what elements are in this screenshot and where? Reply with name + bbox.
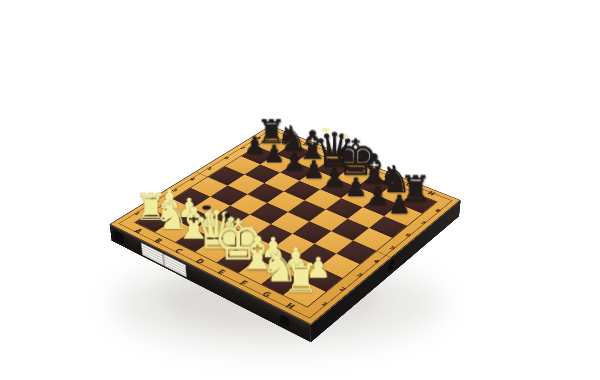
hinge-knob-icon [112, 228, 124, 244]
finial-dot [323, 128, 330, 132]
chess-board: ♜♞♝♛♚♝♞♜♟♟♟♟♟♟♟♟♟♟♟♟♟♟♟♟♜♞♝♛♚♝♞♜ ABCDEFG… [109, 125, 460, 325]
scene: ♜♞♝♛♚♝♞♜♟♟♟♟♟♟♟♟♟♟♟♟♟♟♟♟♜♞♝♛♚♝♞♜ ABCDEFG… [0, 0, 600, 380]
square-f7: ♟ [341, 187, 378, 207]
latch-knob-icon [388, 257, 396, 272]
squares-grid: ♜♞♝♛♚♝♞♜♟♟♟♟♟♟♟♟♟♟♟♟♟♟♟♟♜♞♝♛♚♝♞♜ [134, 136, 438, 308]
latch-knob-icon [280, 313, 290, 328]
board-top-face: ♜♞♝♛♚♝♞♜♟♟♟♟♟♟♟♟♟♟♟♟♟♟♟♟♜♞♝♛♚♝♞♜ ABCDEFG… [109, 125, 460, 325]
chess-set-photo: ♜♞♝♛♚♝♞♜♟♟♟♟♟♟♟♟♟♟♟♟♟♟♟♟♜♞♝♛♚♝♞♜ ABCDEFG… [0, 0, 600, 380]
finial-dot [344, 134, 348, 138]
